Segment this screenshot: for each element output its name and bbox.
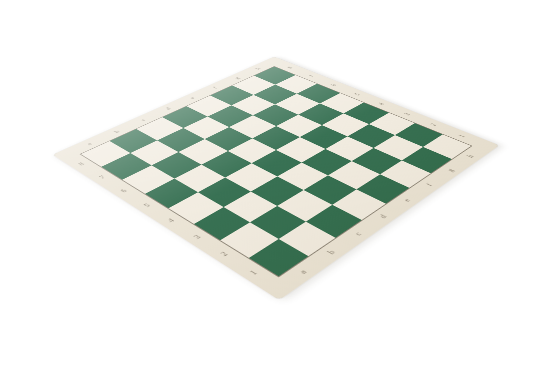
board-mat: abcdefgh abcdefgh 87654321 87654321 — [53, 57, 500, 300]
playing-area — [79, 66, 472, 277]
chessboard: abcdefgh abcdefgh 87654321 87654321 — [53, 57, 500, 300]
